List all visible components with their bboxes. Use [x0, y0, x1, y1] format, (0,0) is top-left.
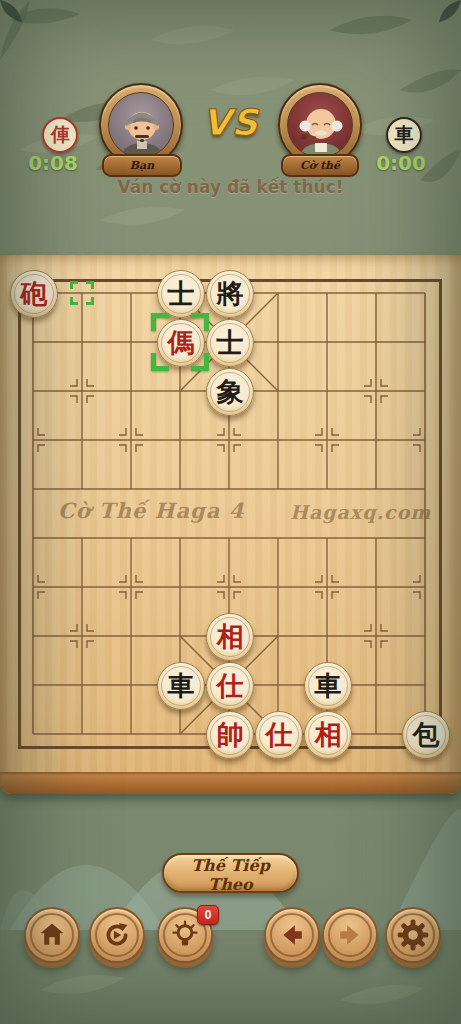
- piece-red-cannon[interactable]: 砲: [10, 270, 58, 318]
- right-player-name: Cờ thế: [300, 159, 340, 172]
- next-move-button[interactable]: [322, 907, 378, 963]
- piece-char: 相: [217, 623, 244, 650]
- piece-black-cannon[interactable]: 包: [402, 711, 450, 759]
- piece-black-advisor[interactable]: 士: [206, 319, 254, 367]
- right-player-nameplate: Cờ thế: [281, 154, 359, 177]
- bamboo-leaves-bottom: [40, 975, 425, 1004]
- match-header: 俥 0:08 Bạn VS: [0, 0, 461, 255]
- previous-move-button[interactable]: [264, 907, 320, 963]
- piece-char: 傌: [168, 329, 195, 356]
- river-watermark-right: Hagaxq.com: [290, 501, 431, 523]
- right-side-piece-badge: 車: [386, 117, 422, 153]
- hint-button[interactable]: 0: [157, 907, 213, 963]
- piece-char: 車: [315, 672, 342, 699]
- lightbulb-icon: [170, 920, 200, 950]
- piece-char: 包: [413, 721, 440, 748]
- piece-black-chariot[interactable]: 車: [157, 662, 205, 710]
- settings-button[interactable]: [385, 907, 441, 963]
- piece-char: 士: [217, 329, 244, 356]
- river-watermark-left: Cờ Thế Haga 4: [58, 498, 244, 523]
- piece-black-advisor[interactable]: 士: [157, 270, 205, 318]
- back-arrow-icon: [277, 920, 307, 950]
- piece-red-advisor[interactable]: 仕: [206, 662, 254, 710]
- xiangqi-board[interactable]: Cờ Thế Haga 4 Hagaxq.com 砲士將傌士象相車仕車帥仕相包: [0, 255, 461, 794]
- replay-icon: [101, 919, 133, 951]
- hint-count-badge: 0: [197, 905, 219, 925]
- piece-char: 將: [217, 280, 244, 307]
- piece-black-chariot[interactable]: 車: [304, 662, 352, 710]
- game-status-message: Ván cờ này đã kết thúc!: [0, 177, 461, 197]
- piece-char: 帥: [217, 721, 244, 748]
- right-avatar-portrait: [287, 92, 353, 158]
- piece-char: 仕: [266, 721, 293, 748]
- piece-char: 相: [315, 721, 342, 748]
- right-player-clock: 0:00: [366, 151, 436, 175]
- right-badge-char: 車: [395, 122, 414, 148]
- piece-char: 砲: [21, 280, 48, 307]
- piece-char: 象: [217, 378, 244, 405]
- piece-black-elephant[interactable]: 象: [206, 368, 254, 416]
- replay-button[interactable]: [89, 907, 145, 963]
- piece-red-general[interactable]: 帥: [206, 711, 254, 759]
- piece-black-general[interactable]: 將: [206, 270, 254, 318]
- piece-char: 仕: [217, 672, 244, 699]
- home-icon: [37, 920, 67, 950]
- home-button[interactable]: [24, 907, 80, 963]
- piece-red-horse[interactable]: 傌: [157, 319, 205, 367]
- gear-icon: [397, 919, 429, 951]
- xiangqi-puzzle-app: { "game": "xiangqi", "position": { "fen"…: [0, 0, 461, 1024]
- piece-char: 車: [168, 672, 195, 699]
- forward-arrow-icon: [335, 920, 365, 950]
- piece-red-elephant[interactable]: 相: [206, 613, 254, 661]
- left-player-nameplate: Bạn: [102, 154, 182, 177]
- piece-char: 士: [168, 280, 195, 307]
- piece-red-advisor[interactable]: 仕: [255, 711, 303, 759]
- left-player-name: Bạn: [130, 159, 154, 172]
- left-player-clock: 0:08: [18, 151, 88, 175]
- next-puzzle-button[interactable]: Thế Tiếp Theo: [162, 853, 299, 893]
- piece-red-elephant[interactable]: 相: [304, 711, 352, 759]
